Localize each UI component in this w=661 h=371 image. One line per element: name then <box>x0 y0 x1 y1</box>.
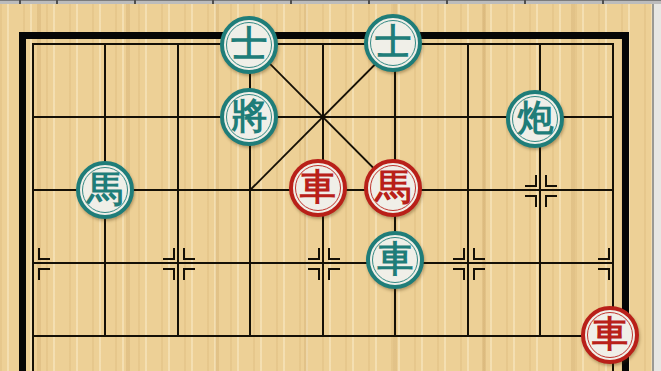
point-marker-8-3 <box>598 268 610 280</box>
piece-glyph: 車 <box>592 316 628 352</box>
point-marker-2-3 <box>183 268 195 280</box>
point-marker-4-3 <box>308 268 320 280</box>
piece-red-horse[interactable]: 馬 <box>364 159 422 217</box>
piece-glyph: 炮 <box>517 100 553 136</box>
point-marker-2-3 <box>183 248 195 260</box>
piece-glyph: 士 <box>231 26 267 62</box>
point-marker-4-3 <box>328 248 340 260</box>
piece-red-chariot[interactable]: 車 <box>581 306 639 364</box>
point-marker-6-3 <box>473 268 485 280</box>
point-marker-7-2 <box>545 175 557 187</box>
piece-glyph: 馬 <box>375 169 411 205</box>
point-marker-0-3 <box>38 268 50 280</box>
point-marker-6-3 <box>473 248 485 260</box>
piece-green-cannon[interactable]: 炮 <box>506 90 564 148</box>
point-marker-2-3 <box>163 248 175 260</box>
piece-glyph: 車 <box>300 169 336 205</box>
window-edge-strip <box>0 0 661 4</box>
piece-green-horse[interactable]: 馬 <box>76 161 134 219</box>
point-marker-0-3 <box>38 248 50 260</box>
point-marker-6-3 <box>453 268 465 280</box>
point-marker-7-2 <box>525 175 537 187</box>
piece-red-chariot[interactable]: 車 <box>289 159 347 217</box>
piece-green-chariot[interactable]: 車 <box>366 231 424 289</box>
point-marker-2-3 <box>163 268 175 280</box>
piece-green-advisor[interactable]: 士 <box>364 14 422 72</box>
piece-glyph: 馬 <box>87 171 123 207</box>
window-edge-highlight <box>652 0 661 371</box>
xiangqi-board-screen: 士士將炮馬車馬車車 <box>0 0 661 371</box>
piece-glyph: 車 <box>377 241 413 277</box>
point-marker-6-3 <box>453 248 465 260</box>
piece-green-advisor[interactable]: 士 <box>220 16 278 74</box>
piece-green-general[interactable]: 將 <box>220 88 278 146</box>
point-marker-4-3 <box>308 248 320 260</box>
point-marker-4-3 <box>328 268 340 280</box>
point-marker-7-2 <box>525 195 537 207</box>
piece-glyph: 將 <box>231 98 267 134</box>
piece-glyph: 士 <box>375 24 411 60</box>
point-marker-7-2 <box>545 195 557 207</box>
point-marker-8-3 <box>598 248 610 260</box>
